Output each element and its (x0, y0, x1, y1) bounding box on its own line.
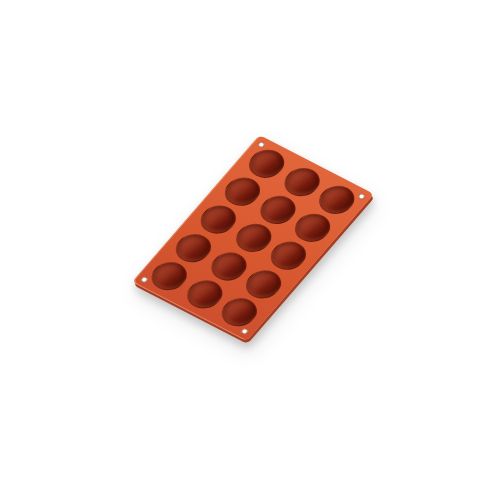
hanging-hole (240, 328, 249, 335)
mold-cavity (228, 219, 277, 258)
mold-cavity (215, 293, 264, 332)
mold-shadow (0, 0, 500, 500)
mold-cavity (145, 257, 194, 296)
silicone-mold (132, 135, 374, 341)
hanging-hole (357, 193, 366, 200)
cavity-grid (132, 135, 259, 282)
hanging-hole (140, 276, 149, 283)
mold-cavity (263, 237, 312, 276)
mold-cavity (239, 265, 288, 304)
mold-cavity (193, 201, 242, 240)
hanging-hole (257, 141, 266, 148)
product-photo: Terracotta-orange flexible silicone baki… (0, 0, 500, 500)
